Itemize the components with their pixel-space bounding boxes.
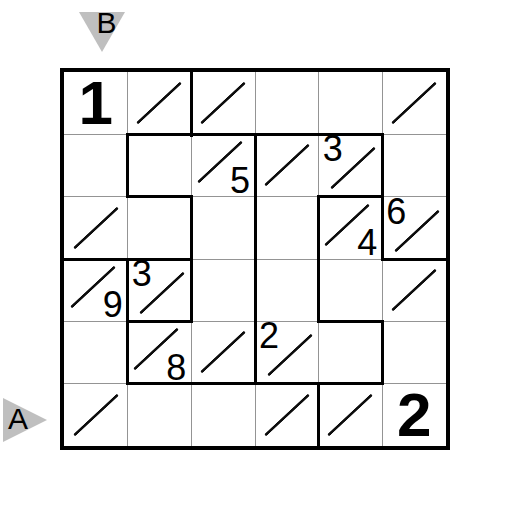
region-border-segment — [254, 133, 257, 198]
cell-r5c1[interactable] — [64, 321, 128, 383]
given-digit-small: 5 — [230, 163, 250, 199]
cell-r3c3[interactable] — [191, 197, 255, 259]
region-border-segment — [190, 133, 257, 136]
region-border-segment — [126, 382, 193, 385]
cell-r1c6[interactable] — [382, 72, 446, 134]
region-border-segment — [126, 258, 193, 261]
cell-r2c4[interactable] — [255, 134, 319, 196]
region-border-segment — [317, 195, 384, 198]
slash-mark — [200, 331, 246, 374]
slash-mark — [391, 269, 437, 312]
cell-r1c2[interactable] — [128, 72, 192, 134]
cell-r3c6[interactable]: 6 — [382, 197, 446, 259]
region-border-segment — [126, 258, 129, 323]
board-grid: 1534693822 — [64, 72, 446, 446]
cell-r6c6[interactable]: 2 — [382, 384, 446, 446]
region-border-segment — [317, 258, 320, 323]
cell-r6c1[interactable] — [64, 384, 128, 446]
slash-mark — [137, 82, 183, 125]
cell-r4c4[interactable] — [255, 259, 319, 321]
region-border-segment — [254, 195, 257, 260]
region-border-segment — [317, 133, 384, 136]
cell-r6c4[interactable] — [255, 384, 319, 446]
region-border-segment — [254, 258, 257, 323]
answer-arrow-b: B — [79, 12, 126, 52]
cell-r1c1[interactable]: 1 — [64, 72, 128, 134]
cell-r5c3[interactable] — [191, 321, 255, 383]
given-digit-big: 1 — [79, 72, 113, 134]
region-border-segment — [126, 133, 129, 198]
slash-mark — [328, 393, 374, 436]
cell-r4c5[interactable] — [319, 259, 383, 321]
region-border-segment — [190, 72, 193, 137]
answer-arrow-a: A — [3, 398, 47, 443]
slash-mark — [264, 144, 310, 187]
cell-r5c4[interactable]: 2 — [255, 321, 319, 383]
region-border-segment — [126, 320, 129, 385]
cell-r3c5[interactable]: 4 — [319, 197, 383, 259]
cell-r3c4[interactable] — [255, 197, 319, 259]
region-border-segment — [381, 320, 384, 385]
slash-mark — [200, 82, 246, 125]
given-digit-small: 4 — [357, 225, 377, 261]
cell-r5c5[interactable] — [319, 321, 383, 383]
given-digit-small: 8 — [166, 350, 186, 386]
cell-r2c5[interactable]: 3 — [319, 134, 383, 196]
region-border-segment — [381, 258, 448, 261]
given-digit-small: 3 — [323, 131, 343, 167]
cell-r3c1[interactable] — [64, 197, 128, 259]
region-border-segment — [254, 382, 321, 385]
cell-r4c2[interactable]: 3 — [128, 259, 192, 321]
cell-r5c2[interactable]: 8 — [128, 321, 192, 383]
region-border-segment — [190, 195, 193, 260]
cell-r1c5[interactable] — [319, 72, 383, 134]
region-border-segment — [317, 195, 320, 260]
cell-r4c3[interactable] — [191, 259, 255, 321]
slash-mark — [391, 82, 437, 125]
region-border-segment — [317, 320, 384, 323]
given-digit-small: 3 — [132, 256, 152, 292]
puzzle-board: 1534693822 — [60, 68, 450, 450]
region-border-segment — [381, 133, 384, 198]
cell-r1c3[interactable] — [191, 72, 255, 134]
cell-r4c6[interactable] — [382, 259, 446, 321]
slash-mark — [73, 206, 119, 249]
cell-r1c4[interactable] — [255, 72, 319, 134]
region-border-segment — [317, 382, 384, 385]
region-border-segment — [254, 133, 321, 136]
region-border-segment — [381, 195, 384, 260]
cell-r6c3[interactable] — [191, 384, 255, 446]
given-digit-small: 6 — [386, 194, 406, 230]
puzzle-image: B A 1534693822 — [0, 0, 507, 525]
cell-r2c2[interactable] — [128, 134, 192, 196]
arrow-b-label: B — [96, 8, 116, 38]
slash-mark — [264, 393, 310, 436]
region-border-segment — [126, 133, 193, 136]
cell-r3c2[interactable] — [128, 197, 192, 259]
cell-r4c1[interactable]: 9 — [64, 259, 128, 321]
cell-r6c2[interactable] — [128, 384, 192, 446]
region-border-segment — [126, 320, 193, 323]
region-border-segment — [254, 320, 257, 385]
region-border-segment — [190, 382, 257, 385]
cell-r2c3[interactable]: 5 — [191, 134, 255, 196]
region-border-segment — [317, 382, 320, 447]
cell-r6c5[interactable] — [319, 384, 383, 446]
arrow-a-label: A — [8, 404, 28, 434]
given-digit-big: 2 — [397, 384, 431, 446]
slash-mark — [73, 393, 119, 436]
region-border-segment — [126, 195, 193, 198]
cell-r5c6[interactable] — [382, 321, 446, 383]
region-border-segment — [64, 258, 131, 261]
given-digit-small: 9 — [103, 287, 123, 323]
region-border-segment — [190, 258, 193, 323]
cell-r2c6[interactable] — [382, 134, 446, 196]
cell-r2c1[interactable] — [64, 134, 128, 196]
given-digit-small: 2 — [259, 318, 279, 354]
